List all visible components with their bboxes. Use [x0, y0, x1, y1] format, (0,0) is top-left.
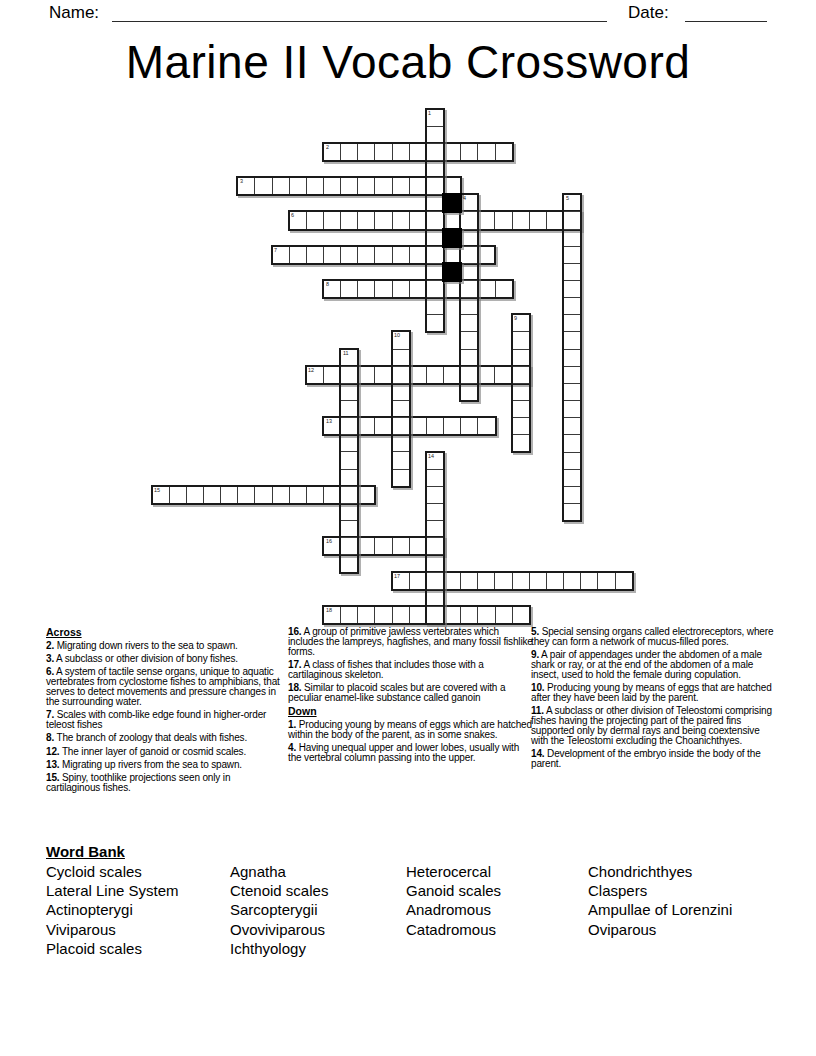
cell-separator [409, 281, 410, 297]
cell-separator [546, 212, 547, 228]
cell-separator [427, 297, 443, 298]
clue-8: 8. The branch of zoology that deals with… [46, 733, 287, 743]
cell-separator [393, 417, 409, 418]
cell-separator [393, 383, 409, 384]
cell-separator [494, 367, 495, 383]
cell-separator [427, 211, 443, 212]
cell-separator [374, 144, 375, 160]
cell-separator [341, 383, 357, 384]
cell-separator [392, 607, 393, 623]
cell-separator [323, 367, 324, 383]
cell-separator [477, 418, 478, 434]
cell-separator [341, 503, 357, 504]
down-10-word [391, 330, 411, 487]
cell-separator [306, 247, 307, 263]
cell-separator [237, 487, 238, 503]
cell-separator [341, 400, 357, 401]
cell-separator [392, 144, 393, 160]
cell-separator [461, 211, 477, 212]
down-header: Down [288, 706, 534, 717]
cell-separator [409, 538, 410, 554]
cell-separator [460, 607, 461, 623]
cell-separator [427, 554, 443, 555]
clue-7: 7. Scales with comb-like edge found in h… [46, 710, 287, 730]
cell-separator [340, 212, 341, 228]
word-bank-column-1: Cycloid scalesLateral Line SystemActinop… [46, 862, 179, 958]
clue-15: 15. Spiny, toothlike projections seen on… [46, 773, 287, 793]
clue-16: 16. A group of primitive jawless vertebr… [288, 627, 534, 656]
cell-separator [392, 212, 393, 228]
cell-separator [427, 280, 443, 281]
cell-separator [306, 487, 307, 503]
cell-separator [443, 418, 444, 434]
cell-separator [374, 607, 375, 623]
cell-separator [393, 349, 409, 350]
cell-number-17: 17 [394, 574, 400, 579]
cell-separator [393, 400, 409, 401]
cell-separator [461, 229, 477, 230]
cell-separator [495, 281, 496, 297]
word-bank-item: Claspers [588, 881, 732, 900]
word-bank-column-2: AgnathaCtenoid scalesSarcopterygiiOvoviv… [230, 862, 328, 958]
cell-separator [427, 503, 443, 504]
cell-separator [427, 177, 443, 178]
cell-separator [392, 178, 393, 194]
cell-separator [323, 247, 324, 263]
cell-separator [513, 349, 529, 350]
cell-separator [427, 246, 443, 247]
cell-separator [323, 212, 324, 228]
cell-number-4: 4 [463, 196, 466, 201]
cell-separator [341, 451, 357, 452]
cell-separator [426, 418, 427, 434]
cell-separator [494, 212, 495, 228]
clue-2: 2. Migrating down rivers to the sea to s… [46, 641, 287, 651]
cell-separator [341, 486, 357, 487]
word-bank-item: Viviparous [46, 920, 179, 939]
cell-separator [597, 573, 598, 589]
clue-10: 10. Producing young by means of eggs tha… [531, 683, 774, 703]
cell-separator [306, 178, 307, 194]
black-cell [442, 228, 462, 248]
cell-separator [392, 281, 393, 297]
cell-separator [564, 417, 580, 418]
clue-4: 4. Having unequal upper and lower lobes,… [288, 743, 534, 763]
cell-separator [374, 281, 375, 297]
cell-separator [340, 247, 341, 263]
cell-number-8: 8 [326, 282, 329, 287]
cell-separator [341, 554, 357, 555]
word-bank-item: Actinopterygi [46, 900, 179, 919]
cell-separator [220, 487, 221, 503]
cell-separator [341, 537, 357, 538]
cell-separator [427, 160, 443, 161]
cell-separator [409, 247, 410, 263]
cell-number-13: 13 [326, 419, 332, 424]
clue-17: 17. A class of fishes that includes thos… [288, 660, 534, 680]
cell-number-11: 11 [343, 351, 349, 356]
clue-1: 1. Producing young by means of eggs whic… [288, 720, 534, 740]
cell-separator [357, 144, 358, 160]
word-bank-item: Ampullae of Lorenzini [588, 900, 732, 919]
cell-number-12: 12 [308, 368, 314, 373]
word-bank-item: Ctenoid scales [230, 881, 328, 900]
cell-separator [374, 367, 375, 383]
cell-separator [564, 246, 580, 247]
cell-separator [513, 383, 529, 384]
cell-separator [460, 418, 461, 434]
cell-separator [357, 178, 358, 194]
down-14-word [425, 451, 445, 626]
cell-separator [374, 247, 375, 263]
cell-separator [409, 573, 410, 589]
cell-separator [427, 486, 443, 487]
word-bank-item: Ganoid scales [406, 881, 501, 900]
word-bank-item: Ichthyology [230, 939, 328, 958]
down-9-word [511, 313, 531, 453]
cell-separator [477, 573, 478, 589]
across-header: Across [46, 627, 287, 638]
cell-separator [495, 144, 496, 160]
clue-11: 11. A subclass or other division of Tele… [531, 706, 774, 745]
cell-separator [254, 178, 255, 194]
cell-separator [427, 520, 443, 521]
clue-column-2: 16. A group of primitive jawless vertebr… [288, 627, 534, 766]
word-bank-item: Catadromous [406, 920, 501, 939]
cell-separator [186, 487, 187, 503]
down-4-word [459, 193, 479, 402]
word-bank-item: Lateral Line System [46, 881, 179, 900]
cell-separator [306, 212, 307, 228]
cell-number-1: 1 [428, 111, 431, 116]
cell-separator [374, 212, 375, 228]
cell-separator [564, 469, 580, 470]
cell-separator [393, 451, 409, 452]
cell-separator [477, 607, 478, 623]
word-bank-item: Chondrichthyes [588, 862, 732, 881]
cell-separator [564, 211, 580, 212]
cell-separator [427, 194, 443, 195]
cell-separator [564, 503, 580, 504]
cell-separator [461, 383, 477, 384]
clue-18: 18. Similar to placoid scales but are co… [288, 683, 534, 703]
cell-separator [564, 434, 580, 435]
cell-separator [427, 469, 443, 470]
cell-separator [427, 314, 443, 315]
cell-separator [341, 469, 357, 470]
cell-separator [272, 487, 273, 503]
cell-separator [461, 280, 477, 281]
cell-separator [357, 247, 358, 263]
cell-separator [460, 144, 461, 160]
cell-separator [564, 486, 580, 487]
cell-separator [564, 331, 580, 332]
cell-separator [546, 573, 547, 589]
cell-separator [495, 607, 496, 623]
cell-separator [427, 589, 443, 590]
cell-separator [341, 520, 357, 521]
cell-separator [460, 573, 461, 589]
cell-separator [323, 178, 324, 194]
cell-number-15: 15 [154, 488, 160, 493]
clue-13: 13. Migrating up rivers from the sea to … [46, 760, 287, 770]
cell-separator [340, 607, 341, 623]
down-11-word [339, 348, 359, 574]
cell-separator [357, 281, 358, 297]
word-bank-item: Sarcopterygii [230, 900, 328, 919]
cell-number-6: 6 [291, 213, 294, 218]
black-cell [442, 262, 462, 282]
cell-separator [289, 178, 290, 194]
clue-12: 12. The inner layer of ganoid or cosmid … [46, 747, 287, 757]
cell-separator [427, 537, 443, 538]
cell-separator [393, 434, 409, 435]
clue-6: 6. A system of tactile sense organs, uni… [46, 667, 287, 706]
cell-separator [289, 247, 290, 263]
cell-separator [564, 297, 580, 298]
cell-number-10: 10 [394, 333, 400, 338]
cell-separator [477, 144, 478, 160]
across-2-word [322, 142, 514, 162]
cell-separator [513, 331, 529, 332]
word-bank-item: Anadromous [406, 900, 501, 919]
cell-separator [427, 229, 443, 230]
cell-separator [564, 400, 580, 401]
cell-separator [169, 487, 170, 503]
cell-separator [340, 144, 341, 160]
word-bank-item: Agnatha [230, 862, 328, 881]
cell-separator [409, 178, 410, 194]
cell-separator [513, 417, 529, 418]
cell-separator [564, 349, 580, 350]
clue-column-3: 5. Special sensing organs called electro… [531, 627, 774, 772]
word-bank-column-3: HeterocercalGanoid scalesAnadromousCatad… [406, 862, 501, 939]
word-bank-column-4: ChondrichthyesClaspersAmpullae of Lorenz… [588, 862, 732, 939]
down-5-word [562, 193, 582, 522]
cell-separator [615, 573, 616, 589]
cell-number-7: 7 [274, 248, 277, 253]
cell-separator [427, 606, 443, 607]
cell-separator [529, 212, 530, 228]
black-cell [442, 193, 462, 213]
cell-separator [374, 418, 375, 434]
cell-separator [461, 349, 477, 350]
cell-separator [564, 280, 580, 281]
cell-separator [341, 366, 357, 367]
cell-separator [393, 469, 409, 470]
cell-separator [529, 573, 530, 589]
cell-separator [409, 607, 410, 623]
cell-separator [427, 263, 443, 264]
cell-separator [461, 366, 477, 367]
cell-number-16: 16 [326, 539, 332, 544]
clue-14: 14. Development of the embryo inside the… [531, 749, 774, 769]
cell-number-2: 2 [326, 145, 329, 150]
cell-separator [461, 331, 477, 332]
cell-separator [357, 212, 358, 228]
cell-separator [580, 573, 581, 589]
cell-separator [563, 573, 564, 589]
cell-separator [357, 607, 358, 623]
cell-separator [512, 573, 513, 589]
cell-separator [564, 229, 580, 230]
cell-separator [426, 367, 427, 383]
cell-separator [513, 366, 529, 367]
cell-separator [564, 263, 580, 264]
cell-separator [409, 144, 410, 160]
cell-separator [512, 607, 513, 623]
cell-separator [341, 434, 357, 435]
cell-separator [254, 487, 255, 503]
cell-separator [427, 126, 443, 127]
cell-separator [564, 452, 580, 453]
word-bank-item: Oviparous [588, 920, 732, 939]
clue-column-1: Across2. Migrating down rivers to the se… [46, 627, 287, 797]
cell-separator [393, 366, 409, 367]
cell-separator [443, 367, 444, 383]
cell-separator [272, 178, 273, 194]
cell-separator [374, 538, 375, 554]
cell-separator [564, 383, 580, 384]
cell-separator [564, 366, 580, 367]
cell-separator [461, 263, 477, 264]
cell-separator [427, 572, 443, 573]
cell-separator [513, 434, 529, 435]
cell-separator [340, 178, 341, 194]
down-1-word [425, 108, 445, 334]
cell-separator [392, 538, 393, 554]
cell-separator [564, 314, 580, 315]
cell-number-14: 14 [428, 454, 434, 459]
clue-3: 3. A subclass or other division of bony … [46, 654, 287, 664]
cell-separator [392, 247, 393, 263]
cell-number-18: 18 [326, 608, 332, 613]
cell-separator [513, 400, 529, 401]
cell-separator [461, 246, 477, 247]
cell-separator [461, 314, 477, 315]
cell-separator [203, 487, 204, 503]
word-bank-item: Placoid scales [46, 939, 179, 958]
cell-separator [340, 281, 341, 297]
word-bank-header: Word Bank [46, 843, 125, 860]
worksheet-page: Name: Date: Marine II Vocab Crossword 23… [0, 0, 816, 1056]
clue-9: 9. A pair of appendages under the abdome… [531, 650, 774, 679]
cell-separator [323, 487, 324, 503]
cell-separator [409, 212, 410, 228]
across-8-word [322, 279, 514, 299]
word-bank-item: Heterocercal [406, 862, 501, 881]
cell-separator [427, 143, 443, 144]
cell-number-3: 3 [240, 179, 243, 184]
cell-separator [494, 573, 495, 589]
cell-separator [461, 297, 477, 298]
cell-separator [341, 417, 357, 418]
cell-separator [374, 178, 375, 194]
cell-separator [289, 487, 290, 503]
clue-5: 5. Special sensing organs called electro… [531, 627, 774, 647]
cell-number-9: 9 [514, 316, 517, 321]
cell-separator [512, 212, 513, 228]
word-bank-item: Cycloid scales [46, 862, 179, 881]
word-bank-item: Ovoviviparous [230, 920, 328, 939]
cell-number-5: 5 [566, 196, 569, 201]
